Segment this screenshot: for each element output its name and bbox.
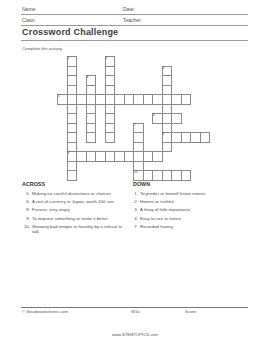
grid-cell[interactable] — [181, 170, 192, 181]
clue-number: 2. — [133, 199, 138, 204]
class-teacher-line — [21, 25, 248, 26]
cell-number: 5 — [57, 94, 60, 98]
cell-number: 10 — [133, 170, 137, 174]
class-label: Class: — [22, 17, 36, 23]
cell-number: 6 — [152, 113, 155, 117]
cell-number: 7 — [133, 123, 136, 127]
clue-number: 4. — [133, 216, 138, 221]
clue-text: Easy to see or notice — [140, 216, 245, 221]
date-label: Date: — [123, 6, 135, 12]
clue-item: 2.Honest or truthful — [133, 199, 245, 204]
grid-cell[interactable] — [152, 151, 163, 162]
clue-item: 9.To improve something or make it better — [22, 216, 128, 221]
down-clue-list: 1.To predict or foretell future events2.… — [133, 191, 245, 229]
teacher-label: Teacher: — [123, 17, 142, 23]
grid-cell[interactable] — [181, 94, 192, 105]
clue-text: Making no careful distinctions or choice… — [32, 191, 128, 196]
cell-number: 9 — [67, 151, 70, 155]
clue-item: 10.Showing bad temper or hostility by a … — [22, 224, 128, 235]
clue-text: Recorded history — [140, 224, 245, 229]
cell-number: 1 — [67, 56, 70, 60]
clue-item: 8.Furious; very angry — [22, 207, 128, 212]
clue-text: Showing bad temper or hostility by a ref… — [32, 224, 128, 235]
clue-number: 10. — [22, 224, 30, 235]
footer-copyright: © Vocabworksheets.com — [22, 309, 68, 314]
cell-number: 2 — [105, 56, 108, 60]
name-date-line — [21, 14, 248, 15]
grid-cell[interactable] — [171, 113, 182, 124]
clue-item: 7.Recorded history — [133, 224, 245, 229]
across-clue-list: 5.Making no careful distinctions or choi… — [22, 191, 128, 234]
worksheet-code: W1a — [131, 309, 140, 314]
clue-text: Furious; very angry — [32, 207, 128, 212]
clue-item: 6.A unit of currency in Japan, worth 100… — [22, 199, 128, 204]
clue-item: 4.Easy to see or notice — [133, 216, 245, 221]
cell-number: 3 — [162, 66, 165, 70]
clue-number: 3. — [133, 207, 138, 212]
across-header: ACROSS — [22, 181, 128, 187]
grid-cell[interactable] — [105, 132, 116, 143]
worksheet-page: Name: Date: Class: Teacher: Crossword Ch… — [0, 0, 270, 350]
grid-cell[interactable] — [86, 132, 97, 143]
page-title: Crossword Challenge — [22, 27, 118, 37]
down-header: DOWN — [133, 181, 245, 187]
clue-number: 1. — [133, 191, 138, 196]
clue-number: 6. — [22, 199, 30, 204]
clue-text: To improve something or make it better — [32, 216, 128, 221]
website-url: www.STEMTOPICS.com — [0, 332, 270, 337]
down-clues-section: DOWN 1.To predict or foretell future eve… — [133, 181, 245, 232]
crossword-grid: 12345678910 — [57, 56, 211, 181]
clue-number: 8. — [22, 207, 30, 212]
name-label: Name: — [22, 6, 37, 12]
clue-number: 5. — [22, 191, 30, 196]
grid-cell[interactable] — [200, 132, 211, 143]
clue-text: To predict or foretell future events — [140, 191, 245, 196]
cell-number: 4 — [86, 75, 89, 79]
clue-number: 9. — [22, 216, 30, 221]
clue-item: 3.A thing of little importance — [133, 207, 245, 212]
cell-number: 8 — [162, 132, 165, 136]
score-label: Score: — [185, 309, 197, 314]
clue-item: 5.Making no careful distinctions or choi… — [22, 191, 128, 196]
clue-item: 1.To predict or foretell future events — [133, 191, 245, 196]
clue-text: A thing of little importance — [140, 207, 245, 212]
instruction-text: Complete the activity. — [22, 46, 63, 51]
title-underline — [21, 40, 248, 41]
across-clues-section: ACROSS 5.Making no careful distinctions … — [22, 181, 128, 237]
clue-text: A unit of currency in Japan, worth 100 s… — [32, 199, 128, 204]
clue-number: 7. — [133, 224, 138, 229]
grid-cell[interactable] — [162, 142, 173, 153]
footer-line — [21, 307, 248, 308]
grid-cell[interactable] — [67, 170, 78, 181]
clue-text: Honest or truthful — [140, 199, 245, 204]
